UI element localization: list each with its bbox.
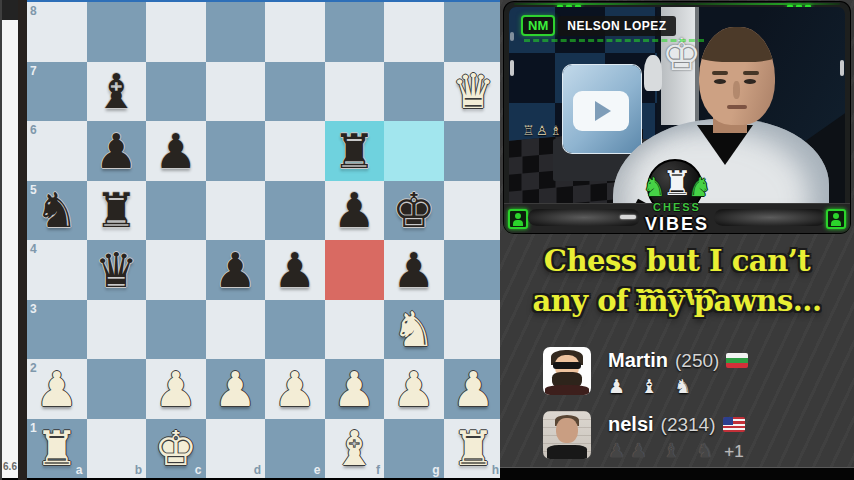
player-rating-black: (250) xyxy=(675,350,719,372)
square-g5[interactable]: ♚ xyxy=(384,181,444,241)
square-h3[interactable] xyxy=(444,300,504,360)
square-a8[interactable]: 8 xyxy=(27,2,87,62)
square-b2[interactable] xyxy=(87,359,147,419)
piece-white-pawn[interactable]: ♟ xyxy=(27,359,87,419)
square-d5[interactable] xyxy=(206,181,266,241)
piece-black-pawn[interactable]: ♟ xyxy=(325,181,385,241)
rank-label-8: 8 xyxy=(30,4,37,18)
file-label-b: b xyxy=(135,463,142,477)
square-d4[interactable]: ♟ xyxy=(206,240,266,300)
square-e4[interactable]: ♟ xyxy=(265,240,325,300)
square-e5[interactable] xyxy=(265,181,325,241)
square-c3[interactable] xyxy=(146,300,206,360)
square-f3[interactable] xyxy=(325,300,385,360)
logo-knight-right-icon: ♞ xyxy=(688,174,711,200)
eval-bar-black-section xyxy=(2,0,18,20)
piece-black-bishop[interactable]: ♝ xyxy=(87,62,147,122)
logo-text-chess: CHESS xyxy=(500,201,854,213)
piece-black-king[interactable]: ♚ xyxy=(384,181,444,241)
square-h5[interactable] xyxy=(444,181,504,241)
square-d3[interactable] xyxy=(206,300,266,360)
file-label-d: d xyxy=(254,463,261,477)
piece-black-rook[interactable]: ♜ xyxy=(87,181,147,241)
bottom-black-bar xyxy=(500,467,854,480)
piece-black-pawn[interactable]: ♟ xyxy=(146,121,206,181)
square-b5[interactable]: ♜ xyxy=(87,181,147,241)
piece-black-knight[interactable]: ♞ xyxy=(27,181,87,241)
stream-panel: ♖♙♗♙♕♙♘♖ ♚ xyxy=(500,0,854,480)
video-title-line2: any of my pawns... xyxy=(500,284,854,318)
square-d2[interactable]: ♟ xyxy=(206,359,266,419)
square-c4[interactable] xyxy=(146,240,206,300)
sunglasses-icon xyxy=(553,362,581,369)
player-name-black: Martin xyxy=(608,349,668,372)
square-a7[interactable]: 7 xyxy=(27,62,87,122)
streamer-name-badge: NELSON LOPEZ xyxy=(558,16,675,36)
piece-white-rook[interactable]: ♜ xyxy=(444,419,504,479)
square-d7[interactable] xyxy=(206,62,266,122)
square-h6[interactable] xyxy=(444,121,504,181)
square-a3[interactable]: 3 xyxy=(27,300,87,360)
rank-label-7: 7 xyxy=(30,64,37,78)
nm-title-badge: NM xyxy=(521,15,555,36)
square-a4[interactable]: 4 xyxy=(27,240,87,300)
square-g2[interactable]: ♟ xyxy=(384,359,444,419)
square-b3[interactable] xyxy=(87,300,147,360)
material-advantage: +1 xyxy=(724,442,743,461)
square-h4[interactable] xyxy=(444,240,504,300)
square-d6[interactable] xyxy=(206,121,266,181)
piece-white-pawn[interactable]: ♟ xyxy=(384,359,444,419)
square-e2[interactable]: ♟ xyxy=(265,359,325,419)
square-e8[interactable] xyxy=(265,2,325,62)
board-left-gutter xyxy=(18,0,27,480)
square-c5[interactable] xyxy=(146,181,206,241)
logo-emblem: ♞ ♜ ♞ xyxy=(500,166,854,200)
square-h2[interactable]: ♟ xyxy=(444,359,504,419)
square-h8[interactable] xyxy=(444,2,504,62)
square-b1[interactable]: b xyxy=(87,419,147,479)
chess-board: 87♝♛6♟♟♜5♞♜♟♚4♛♟♟♟3♞2♟♟♟♟♟♟♟1a♜bc♚def♝gh… xyxy=(27,2,503,478)
streamer-hair xyxy=(699,27,775,62)
captured-pieces-white: ♟♟ ♝ ♞+1 xyxy=(608,439,745,462)
square-e3[interactable] xyxy=(265,300,325,360)
eval-bar: 6.6 xyxy=(2,0,18,478)
piece-black-pawn[interactable]: ♟ xyxy=(87,121,147,181)
rank-label-3: 3 xyxy=(30,302,37,316)
piece-white-pawn[interactable]: ♟ xyxy=(325,359,385,419)
square-b4[interactable]: ♛ xyxy=(87,240,147,300)
file-label-e: e xyxy=(314,463,321,477)
square-c2[interactable]: ♟ xyxy=(146,359,206,419)
piece-white-pawn[interactable]: ♟ xyxy=(444,359,504,419)
square-f7[interactable] xyxy=(325,62,385,122)
avatar-nelsi xyxy=(543,411,591,459)
chess-vibes-logo: ♞ ♜ ♞ CHESS VIBES xyxy=(500,166,854,235)
piece-white-knight[interactable]: ♞ xyxy=(384,300,444,360)
badge-underline-dashes xyxy=(524,39,704,42)
square-a5[interactable]: 5♞ xyxy=(27,181,87,241)
piece-black-pawn[interactable]: ♟ xyxy=(206,240,266,300)
square-b6[interactable]: ♟ xyxy=(87,121,147,181)
square-d8[interactable] xyxy=(206,2,266,62)
square-b7[interactable]: ♝ xyxy=(87,62,147,122)
logo-text-vibes: VIBES xyxy=(500,214,854,235)
square-f4[interactable] xyxy=(325,240,385,300)
piece-black-pawn[interactable]: ♟ xyxy=(384,240,444,300)
square-e6[interactable] xyxy=(265,121,325,181)
square-h7[interactable]: ♛ xyxy=(444,62,504,122)
square-g6[interactable] xyxy=(384,121,444,181)
captured-pieces-black: ♟ ♝ ♞ xyxy=(608,375,748,397)
screenshot-root: 6.6 87♝♛6♟♟♜5♞♜♟♚4♛♟♟♟3♞2♟♟♟♟♟♟♟1a♜bc♚de… xyxy=(0,0,854,480)
square-e7[interactable] xyxy=(265,62,325,122)
streamer-badges: NM NELSON LOPEZ xyxy=(521,15,676,36)
square-f5[interactable]: ♟ xyxy=(325,181,385,241)
square-g7[interactable] xyxy=(384,62,444,122)
square-f6[interactable]: ♜ xyxy=(325,121,385,181)
piece-white-queen[interactable]: ♛ xyxy=(444,62,504,122)
square-g1[interactable]: g xyxy=(384,419,444,479)
piece-white-pawn[interactable]: ♟ xyxy=(206,359,266,419)
piece-black-queen[interactable]: ♛ xyxy=(87,240,147,300)
piece-white-king[interactable]: ♚ xyxy=(146,419,206,479)
square-a1[interactable]: 1a♜ xyxy=(27,419,87,479)
square-c8[interactable] xyxy=(146,2,206,62)
eval-score: 6.6 xyxy=(2,461,18,472)
square-d1[interactable]: d xyxy=(206,419,266,479)
piece-white-rook[interactable]: ♜ xyxy=(27,419,87,479)
piece-white-pawn[interactable]: ♟ xyxy=(146,359,206,419)
piece-black-rook[interactable]: ♜ xyxy=(325,121,385,181)
piece-black-pawn[interactable]: ♟ xyxy=(265,240,325,300)
square-f8[interactable] xyxy=(325,2,385,62)
square-e1[interactable]: e xyxy=(265,419,325,479)
usa-flag-icon xyxy=(723,417,745,432)
rank-label-6: 6 xyxy=(30,123,37,137)
square-g8[interactable] xyxy=(384,2,444,62)
file-label-g: g xyxy=(432,463,439,477)
youtube-play-icon xyxy=(573,91,629,131)
square-c1[interactable]: c♚ xyxy=(146,419,206,479)
square-c7[interactable] xyxy=(146,62,206,122)
piece-white-pawn[interactable]: ♟ xyxy=(265,359,325,419)
bulgaria-flag-icon xyxy=(726,353,748,368)
square-f2[interactable]: ♟ xyxy=(325,359,385,419)
square-g4[interactable]: ♟ xyxy=(384,240,444,300)
rank-label-4: 4 xyxy=(30,242,37,256)
square-c6[interactable]: ♟ xyxy=(146,121,206,181)
square-h1[interactable]: h♜ xyxy=(444,419,504,479)
streamer-face xyxy=(699,27,775,125)
square-f1[interactable]: f♝ xyxy=(325,419,385,479)
square-g3[interactable]: ♞ xyxy=(384,300,444,360)
player-name-white: nelsi xyxy=(608,413,654,436)
white-decor-piece xyxy=(644,55,662,91)
square-a2[interactable]: 2♟ xyxy=(27,359,87,419)
square-a6[interactable]: 6 xyxy=(27,121,87,181)
piece-white-bishop[interactable]: ♝ xyxy=(325,419,385,479)
youtube-play-button-award xyxy=(563,65,641,153)
square-b8[interactable] xyxy=(87,2,147,62)
player-rating-white: (2314) xyxy=(661,414,716,436)
avatar-martin xyxy=(543,347,591,395)
